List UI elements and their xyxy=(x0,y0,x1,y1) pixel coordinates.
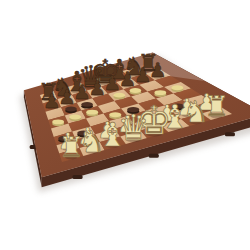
product-photo: ♜♞♟♝♟♚♟♛♟♝♟♞♟♜♟♟♟♟♜♟♞♟♝♟♚♟♛♟♝♟♞♜ xyxy=(0,0,250,250)
board-foot xyxy=(225,132,235,136)
checker-disc-cream-a5 xyxy=(52,119,64,126)
board-foot xyxy=(149,154,159,158)
checker-disc-cream-c5 xyxy=(86,110,98,117)
piece-brown-pawn-a7: ♟ xyxy=(43,89,61,113)
board-foot xyxy=(73,175,83,179)
checker-disc-cream-h5 xyxy=(171,85,183,92)
chess-board-scene: ♜♞♟♝♟♚♟♛♟♝♟♞♟♜♟♟♟♟♜♟♞♟♝♟♚♟♛♟♝♟♞♜ xyxy=(0,0,250,250)
piece-white-rook-a1: ♜ xyxy=(58,131,83,164)
checker-disc-cream-g5 xyxy=(154,90,166,97)
checker-disc-cream-b5 xyxy=(69,115,81,122)
